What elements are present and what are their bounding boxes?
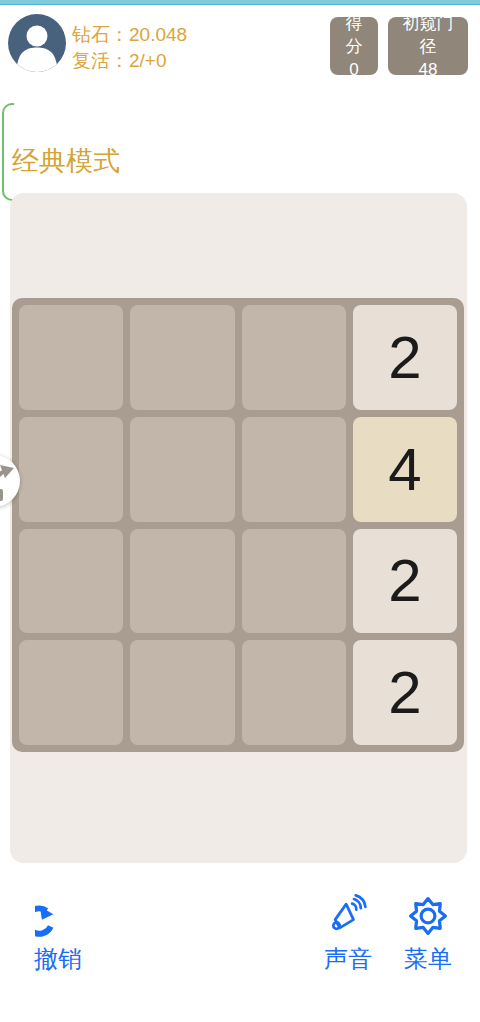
mode-title: 经典模式 bbox=[12, 143, 120, 179]
cell-r4c3 bbox=[242, 640, 346, 745]
cell-r1c1 bbox=[19, 305, 123, 410]
swipe-share-icon bbox=[0, 463, 16, 503]
menu-label: 菜单 bbox=[404, 943, 452, 975]
cell-r3c3 bbox=[242, 529, 346, 634]
undo-icon bbox=[35, 894, 81, 938]
level-button[interactable]: 初窥门径 48 bbox=[388, 17, 468, 75]
board-2048[interactable]: 2 4 2 2 bbox=[12, 298, 464, 752]
currency-block: 钻石：20.048 复活：2/+0 bbox=[72, 22, 187, 74]
app-screen: 钻石：20.048 复活：2/+0 得分 0 初窥门径 48 经典模式 2 4 … bbox=[0, 0, 480, 1022]
sound-icon bbox=[325, 894, 371, 938]
cell-r2c3 bbox=[242, 417, 346, 522]
tile-r4c4: 2 bbox=[353, 640, 457, 745]
score-label: 得分 bbox=[340, 12, 368, 58]
tile-r3c4: 2 bbox=[353, 529, 457, 634]
cell-r4c1 bbox=[19, 640, 123, 745]
cell-r3c2 bbox=[130, 529, 234, 634]
level-label: 初窥门径 bbox=[398, 12, 458, 58]
menu-button[interactable]: 菜单 bbox=[400, 894, 456, 975]
tile-r1c4: 2 bbox=[353, 305, 457, 410]
diamonds-text: 钻石：20.048 bbox=[72, 22, 187, 48]
cell-r1c2 bbox=[130, 305, 234, 410]
sound-label: 声音 bbox=[324, 943, 372, 975]
cell-r3c1 bbox=[19, 529, 123, 634]
cell-r1c3 bbox=[242, 305, 346, 410]
revive-text: 复活：2/+0 bbox=[72, 48, 187, 74]
avatar[interactable] bbox=[8, 14, 66, 72]
game-panel: 2 4 2 2 bbox=[10, 193, 467, 863]
cell-r2c1 bbox=[19, 417, 123, 522]
score-value: 0 bbox=[340, 60, 368, 80]
sound-button[interactable]: 声音 bbox=[320, 894, 376, 975]
user-avatar-icon bbox=[8, 14, 66, 72]
cell-r4c2 bbox=[130, 640, 234, 745]
cell-r2c2 bbox=[130, 417, 234, 522]
level-value: 48 bbox=[398, 60, 458, 80]
undo-label: 撤销 bbox=[34, 943, 82, 975]
undo-button[interactable]: 撤销 bbox=[28, 894, 88, 975]
score-button[interactable]: 得分 0 bbox=[330, 17, 378, 75]
status-bar bbox=[0, 0, 480, 5]
gear-icon bbox=[405, 894, 451, 938]
tile-r2c4: 4 bbox=[353, 417, 457, 522]
